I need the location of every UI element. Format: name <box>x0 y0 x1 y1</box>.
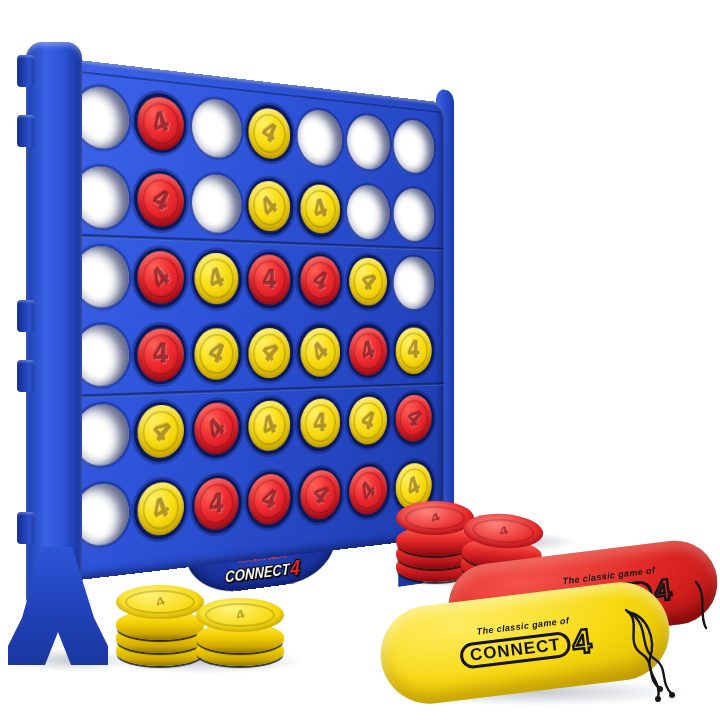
empty-hole <box>394 187 435 242</box>
board-left-leg <box>26 42 82 666</box>
filled-hole: 4 <box>135 325 187 385</box>
filled-hole: 4 <box>135 477 187 541</box>
cell-r4c6: 4 <box>345 316 392 386</box>
filled-hole: 4 <box>394 392 435 446</box>
cell-r1c7 <box>391 110 436 182</box>
cell-r1c4: 4 <box>244 94 296 172</box>
disc-number: 4 <box>358 407 378 435</box>
cell-r6c6: 4 <box>345 454 392 528</box>
cell-r6c3: 4 <box>189 465 243 545</box>
cell-r4c4: 4 <box>244 316 296 390</box>
yellow-disc: 4 <box>300 184 340 235</box>
red-disc: 4 <box>138 95 184 152</box>
filled-hole: 4 <box>347 393 390 449</box>
cell-r3c4: 4 <box>244 242 296 316</box>
empty-hole <box>347 184 390 240</box>
cell-r2c5: 4 <box>295 172 344 246</box>
red-disc: 4 <box>138 251 184 304</box>
disc-number: 4 <box>153 341 169 368</box>
filled-hole: 4 <box>347 254 390 308</box>
cell-r6c5: 4 <box>295 457 344 533</box>
empty-hole <box>394 118 435 174</box>
leg-tab <box>17 512 35 544</box>
yellow-disc: 4 <box>249 328 291 379</box>
cell-r1c3 <box>189 88 243 168</box>
filled-hole: 4 <box>246 177 293 236</box>
empty-hole <box>74 403 129 467</box>
empty-hole <box>347 113 390 170</box>
filled-hole: 4 <box>347 462 390 519</box>
disc-number: 4 <box>357 267 380 296</box>
disc-number: 4 <box>233 607 246 622</box>
leg-tab <box>17 300 35 332</box>
cell-r2c2: 4 <box>132 160 189 240</box>
filled-hole: 4 <box>192 399 241 459</box>
cell-r1c5 <box>295 100 344 176</box>
filled-hole: 4 <box>135 247 187 307</box>
disc-number: 4 <box>259 411 281 441</box>
cell-r5c2: 4 <box>132 392 189 472</box>
empty-hole <box>192 97 241 159</box>
filled-hole: 4 <box>246 251 293 308</box>
empty-hole <box>298 108 343 167</box>
disc-number: 4 <box>357 476 380 505</box>
filled-hole: 4 <box>394 324 435 377</box>
stack-top-disc: 4 <box>196 598 284 632</box>
red-disc: 4 <box>249 473 291 527</box>
disc-number: 4 <box>259 484 281 514</box>
disc-number: 4 <box>149 493 173 525</box>
filled-hole: 4 <box>298 180 343 237</box>
disc-number: 4 <box>257 191 282 222</box>
cell-r2c6 <box>345 176 392 248</box>
cell-r2c3 <box>189 164 243 242</box>
filled-hole: 4 <box>246 325 293 382</box>
red-disc: 4 <box>396 395 432 443</box>
cell-r5c7: 4 <box>391 384 436 454</box>
cell-r1c2: 4 <box>132 82 189 164</box>
board-logo-four: 4 <box>290 557 300 580</box>
red-disc: 4 <box>349 328 387 376</box>
cell-r3c7 <box>391 248 436 317</box>
disc-number: 4 <box>308 480 332 510</box>
disc-number: 4 <box>403 404 425 433</box>
red-disc: 4 <box>138 173 184 228</box>
leg-tab <box>17 55 35 87</box>
disc-number: 4 <box>408 339 421 363</box>
disc-number: 4 <box>205 263 228 294</box>
disc-number: 4 <box>262 267 277 293</box>
filled-hole: 4 <box>298 466 343 525</box>
cell-r4c2: 4 <box>132 316 189 394</box>
yellow-disc: 4 <box>396 327 432 374</box>
disc-number: 4 <box>313 411 327 437</box>
filled-hole: 4 <box>347 325 390 379</box>
disc-number: 4 <box>203 413 230 444</box>
cell-r4c3: 4 <box>189 316 243 392</box>
stack-top-disc: 4 <box>116 585 204 619</box>
red-disc: 4 <box>249 254 291 305</box>
filled-hole: 4 <box>192 249 241 308</box>
yellow-disc: 4 <box>249 180 291 232</box>
yellow-disc: 4 <box>195 328 239 380</box>
yellow-disc: 4 <box>300 398 340 449</box>
disc-number: 4 <box>149 184 173 216</box>
yellow-bag-label: The classic game of CONNECT4 <box>457 614 593 672</box>
empty-hole <box>192 173 241 233</box>
yellow-bag-logo-four: 4 <box>571 625 594 658</box>
cell-r3c3: 4 <box>189 240 243 316</box>
disc-number: 4 <box>308 337 332 367</box>
connect4-board-unit: The classic game of CONNECT4 44444444444… <box>62 58 444 582</box>
filled-hole: 4 <box>192 473 241 535</box>
red-disc: 4 <box>300 256 340 305</box>
yellow-disc: 4 <box>138 481 184 538</box>
red-disc: 4 <box>195 402 239 455</box>
cell-r3c2: 4 <box>132 238 189 316</box>
cell-r2c7 <box>391 179 436 249</box>
cell-r5c4: 4 <box>244 389 296 465</box>
disc-number: 4 <box>147 416 175 448</box>
red-disc: 4 <box>195 477 239 532</box>
cell-r2c4: 4 <box>244 168 296 244</box>
filled-hole: 4 <box>246 103 293 164</box>
filled-hole: 4 <box>135 169 187 231</box>
disc-number: 4 <box>358 337 378 366</box>
board-logo-connect: CONNECT <box>225 561 289 584</box>
disc-number: 4 <box>310 266 331 296</box>
disc-number: 4 <box>149 108 173 139</box>
disc-number: 4 <box>257 338 282 369</box>
empty-hole <box>74 165 129 229</box>
filled-hole: 4 <box>298 395 343 452</box>
yellow-disc: 4 <box>349 257 387 305</box>
cell-r4c5: 4 <box>295 316 344 388</box>
disc-number: 4 <box>153 594 166 609</box>
filled-hole: 4 <box>192 325 241 384</box>
cell-r3c5: 4 <box>295 244 344 316</box>
disc-number: 4 <box>205 338 228 369</box>
yellow-disc: 4 <box>249 400 291 452</box>
leg-tab <box>17 115 35 147</box>
disc-number: 4 <box>310 195 331 224</box>
yellow-disc-stack-1: 4 <box>116 586 204 666</box>
disc-number: 4 <box>147 261 175 293</box>
yellow-disc: 4 <box>249 106 291 160</box>
cell-r6c4: 4 <box>244 461 296 539</box>
yellow-disc: 4 <box>195 252 239 304</box>
yellow-disc: 4 <box>349 396 387 445</box>
filled-hole: 4 <box>298 325 343 381</box>
empty-hole <box>74 482 129 548</box>
filled-hole: 4 <box>135 401 187 463</box>
cell-r4c7: 4 <box>391 317 436 386</box>
empty-hole <box>74 85 129 151</box>
connect4-board: 4444444444444444444444444444 <box>62 58 444 582</box>
cell-r5c6: 4 <box>345 385 392 457</box>
scene: The classic game of CONNECT4 44444444444… <box>0 0 720 720</box>
disc-number: 4 <box>405 472 424 500</box>
filled-hole: 4 <box>246 397 293 456</box>
empty-hole <box>74 245 129 307</box>
cell-r5c5: 4 <box>295 387 344 461</box>
filled-hole: 4 <box>298 253 343 309</box>
filled-hole: 4 <box>135 91 187 155</box>
cell-r3c6: 4 <box>345 246 392 317</box>
cell-r1c6 <box>345 105 392 179</box>
disc-number: 4 <box>259 118 281 149</box>
cell-r5c3: 4 <box>189 390 243 468</box>
board-grid: 4444444444444444444444444444 <box>71 75 436 557</box>
cell-r6c2: 4 <box>132 468 189 550</box>
disc-number: 4 <box>497 523 510 538</box>
leg-tab <box>17 360 35 392</box>
disc-number: 4 <box>209 490 225 517</box>
empty-hole <box>394 256 435 309</box>
bag-drawstrings <box>598 556 720 716</box>
empty-hole <box>74 325 129 387</box>
yellow-disc: 4 <box>300 328 340 377</box>
yellow-disc: 4 <box>138 405 184 460</box>
red-disc: 4 <box>349 465 387 516</box>
filled-hole: 4 <box>246 469 293 529</box>
yellow-disc-stack-2: 4 <box>196 596 284 666</box>
red-disc: 4 <box>138 328 184 381</box>
disc-number: 4 <box>428 510 441 525</box>
red-disc: 4 <box>300 469 340 521</box>
